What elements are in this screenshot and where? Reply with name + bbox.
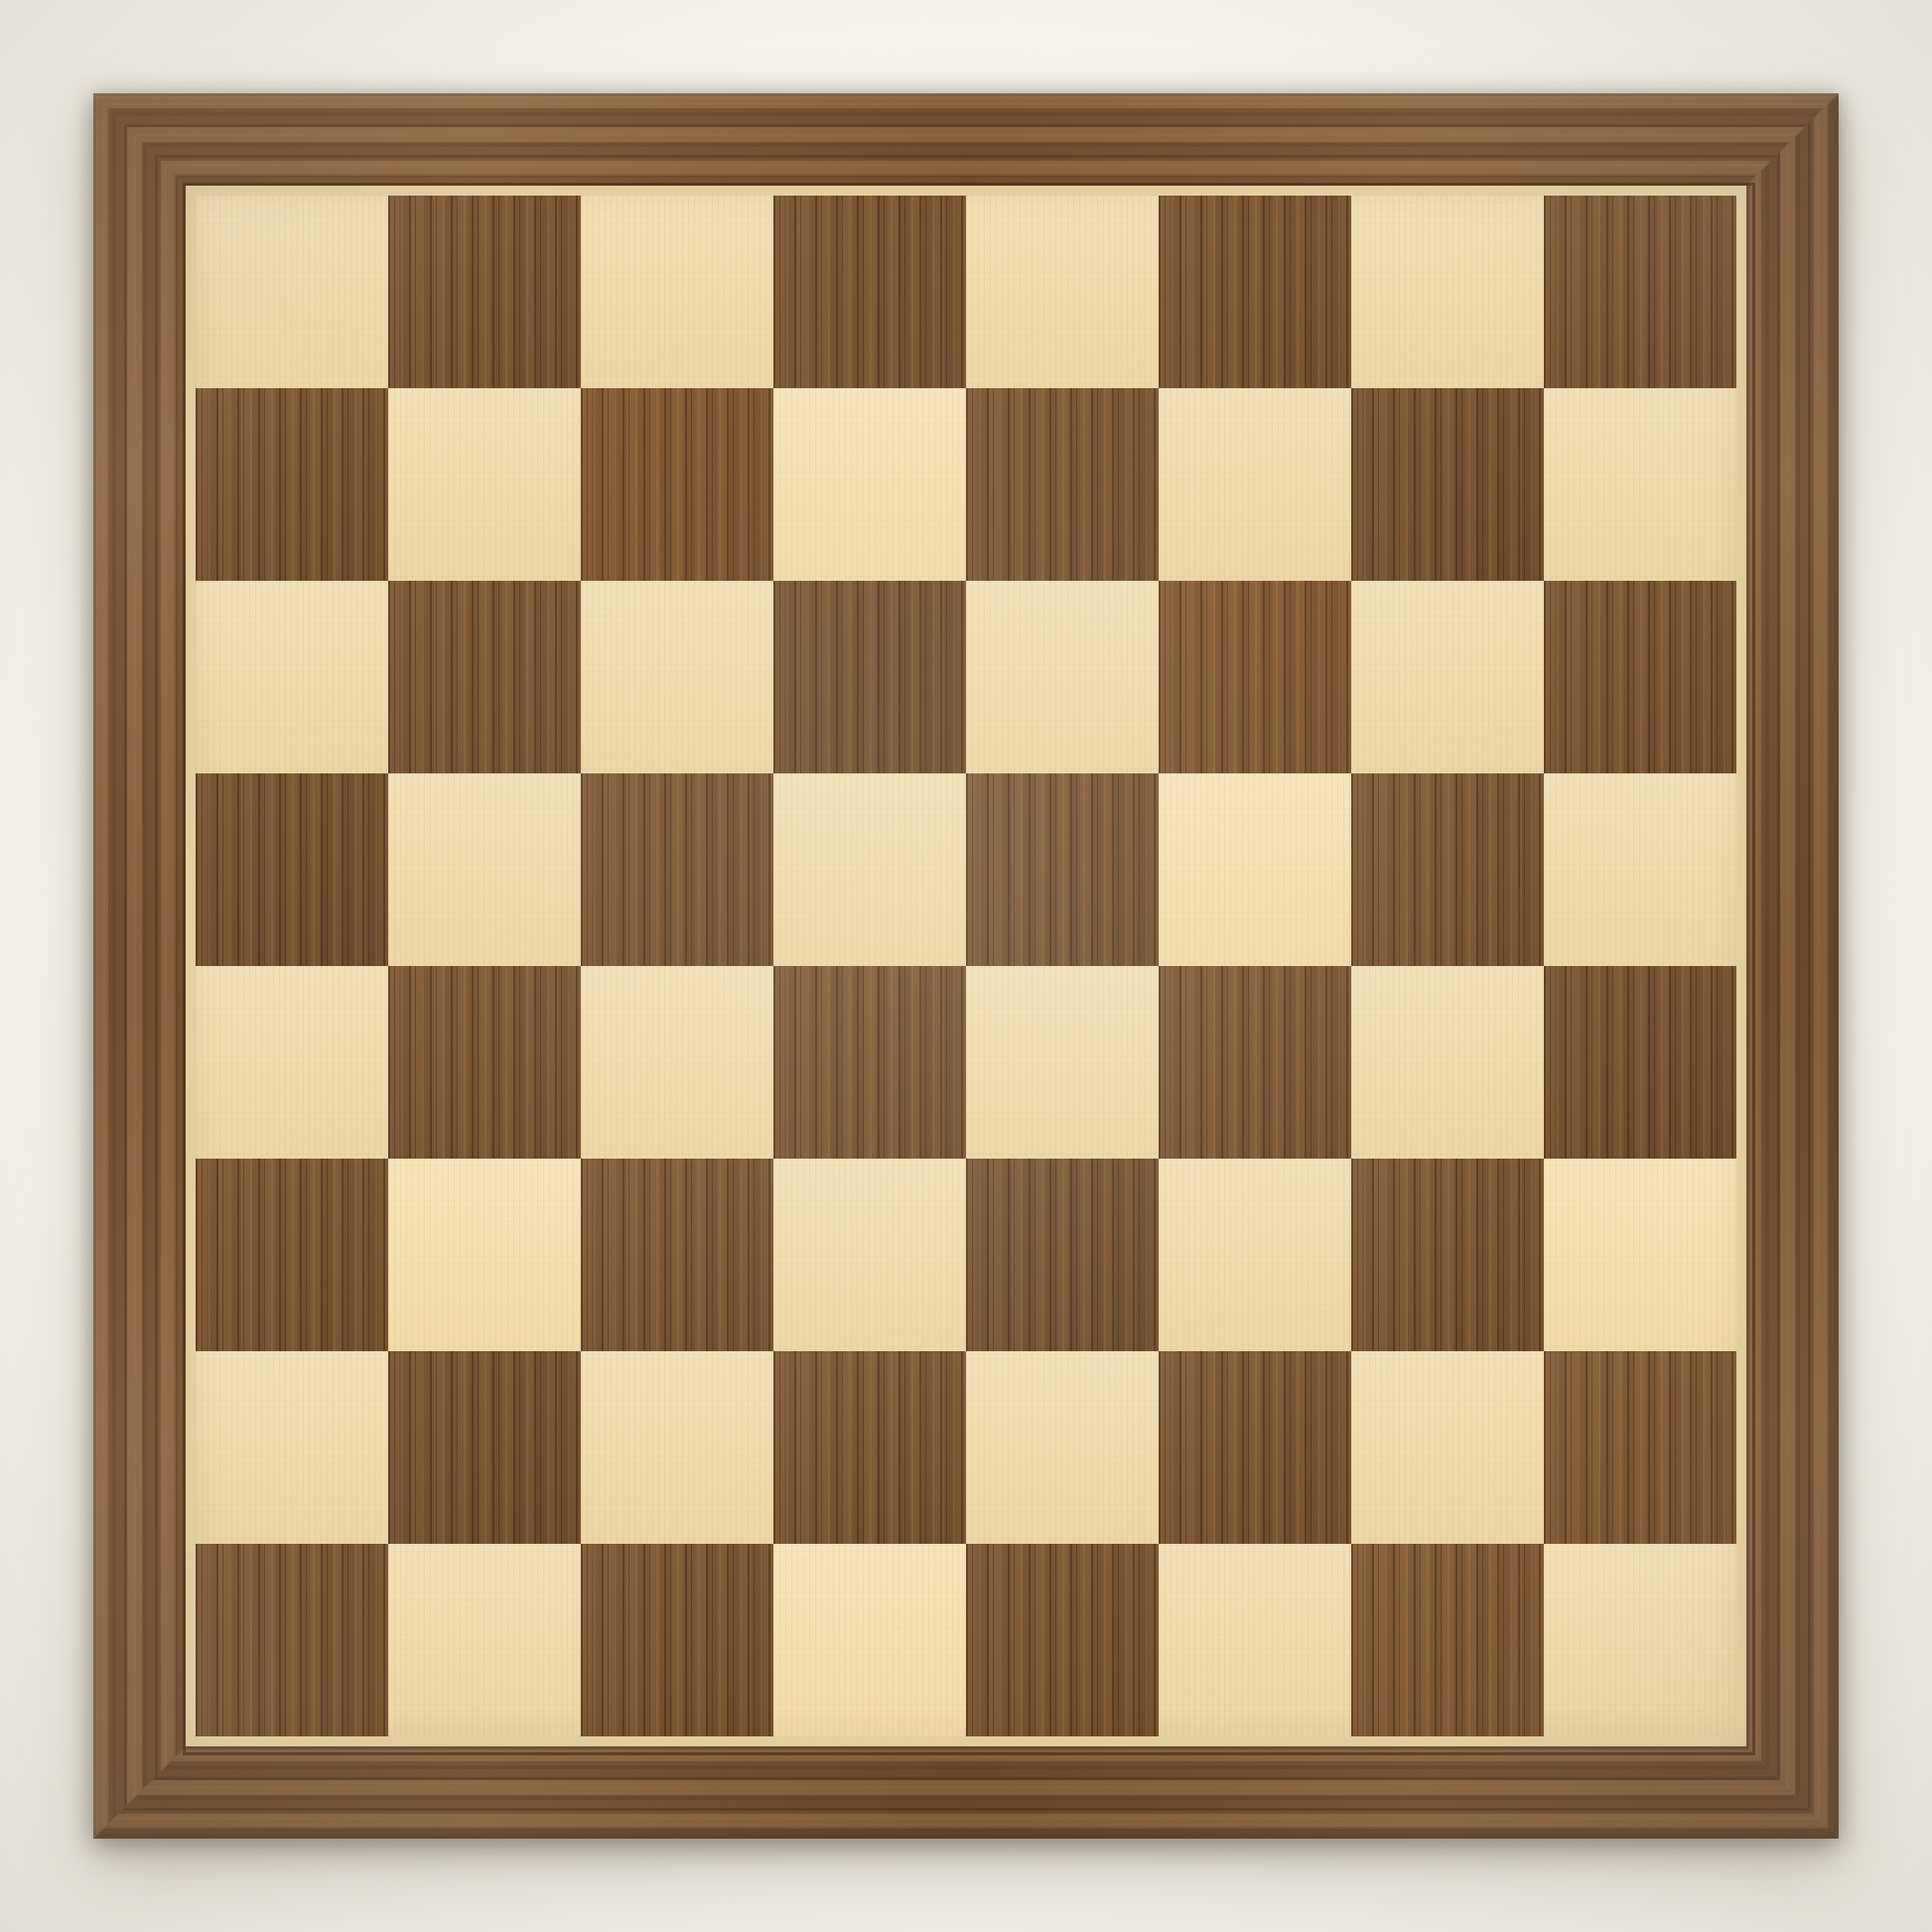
square-e5[interactable] [966, 773, 1159, 966]
square-b8[interactable] [388, 196, 581, 388]
square-h5[interactable] [1544, 773, 1736, 966]
frame-rail-left [93, 93, 186, 1839]
square-d1[interactable] [773, 1544, 966, 1736]
square-b2[interactable] [388, 1351, 581, 1544]
square-g4[interactable] [1351, 966, 1544, 1159]
square-f8[interactable] [1159, 196, 1351, 388]
square-a7[interactable] [196, 388, 388, 581]
square-g2[interactable] [1351, 1351, 1544, 1544]
square-a8[interactable] [196, 196, 388, 388]
board-playing-field [186, 186, 1746, 1746]
square-f4[interactable] [1159, 966, 1351, 1159]
square-f1[interactable] [1159, 1544, 1351, 1736]
square-g7[interactable] [1351, 388, 1544, 581]
square-h8[interactable] [1544, 196, 1736, 388]
square-b4[interactable] [388, 966, 581, 1159]
frame-rail-bottom [93, 1746, 1839, 1839]
frame-rail-top [93, 93, 1839, 186]
square-h4[interactable] [1544, 966, 1736, 1159]
square-e3[interactable] [966, 1159, 1159, 1351]
board-grid [196, 196, 1736, 1736]
square-a3[interactable] [196, 1159, 388, 1351]
square-f7[interactable] [1159, 388, 1351, 581]
square-g1[interactable] [1351, 1544, 1544, 1736]
square-g5[interactable] [1351, 773, 1544, 966]
square-c2[interactable] [581, 1351, 773, 1544]
square-e1[interactable] [966, 1544, 1159, 1736]
chess-board [93, 93, 1839, 1839]
frame-rail-right [1746, 93, 1839, 1839]
square-c3[interactable] [581, 1159, 773, 1351]
square-d2[interactable] [773, 1351, 966, 1544]
square-d4[interactable] [773, 966, 966, 1159]
square-h7[interactable] [1544, 388, 1736, 581]
square-d7[interactable] [773, 388, 966, 581]
square-d5[interactable] [773, 773, 966, 966]
square-f3[interactable] [1159, 1159, 1351, 1351]
square-a2[interactable] [196, 1351, 388, 1544]
square-h6[interactable] [1544, 581, 1736, 773]
square-h2[interactable] [1544, 1351, 1736, 1544]
square-b5[interactable] [388, 773, 581, 966]
square-h3[interactable] [1544, 1159, 1736, 1351]
square-e4[interactable] [966, 966, 1159, 1159]
square-c7[interactable] [581, 388, 773, 581]
square-a5[interactable] [196, 773, 388, 966]
square-b1[interactable] [388, 1544, 581, 1736]
square-h1[interactable] [1544, 1544, 1736, 1736]
square-c1[interactable] [581, 1544, 773, 1736]
square-b6[interactable] [388, 581, 581, 773]
square-b3[interactable] [388, 1159, 581, 1351]
square-f2[interactable] [1159, 1351, 1351, 1544]
square-g3[interactable] [1351, 1159, 1544, 1351]
square-a6[interactable] [196, 581, 388, 773]
square-g6[interactable] [1351, 581, 1544, 773]
square-e8[interactable] [966, 196, 1159, 388]
square-e6[interactable] [966, 581, 1159, 773]
square-b7[interactable] [388, 388, 581, 581]
square-e2[interactable] [966, 1351, 1159, 1544]
square-d3[interactable] [773, 1159, 966, 1351]
square-c4[interactable] [581, 966, 773, 1159]
square-a4[interactable] [196, 966, 388, 1159]
square-c6[interactable] [581, 581, 773, 773]
square-c8[interactable] [581, 196, 773, 388]
square-f6[interactable] [1159, 581, 1351, 773]
square-d6[interactable] [773, 581, 966, 773]
square-f5[interactable] [1159, 773, 1351, 966]
square-d8[interactable] [773, 196, 966, 388]
square-e7[interactable] [966, 388, 1159, 581]
square-g8[interactable] [1351, 196, 1544, 388]
square-c5[interactable] [581, 773, 773, 966]
square-a1[interactable] [196, 1544, 388, 1736]
